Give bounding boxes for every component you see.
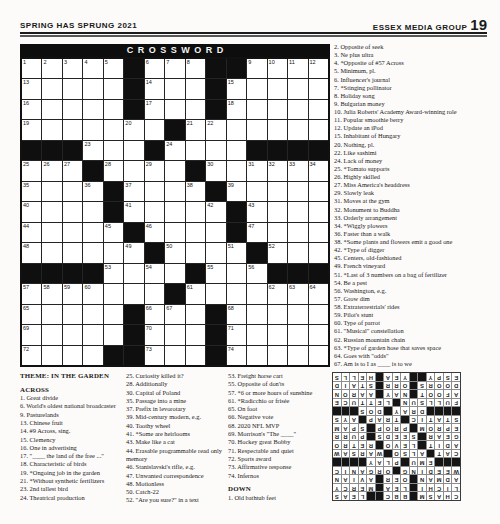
cell-number: 71 [228, 325, 234, 332]
black-cell [309, 264, 328, 283]
solution-letter-cell: I [444, 484, 452, 492]
grid-cell[interactable] [83, 223, 102, 242]
grid-cell[interactable] [42, 325, 61, 344]
grid-cell[interactable]: 7 [165, 59, 184, 78]
solution-black-cell [333, 407, 341, 415]
clue-item: 23. 2nd tallest bird [20, 485, 125, 493]
solution-letter-cell: I [418, 467, 426, 475]
cell-number: 5 [105, 59, 108, 66]
solution-black-cell [444, 458, 452, 466]
grid-cell[interactable] [268, 202, 287, 221]
grid-cell[interactable]: 46 [145, 223, 164, 242]
across-col3-list: 53. Freight horse cart55. Opposite of do… [228, 372, 330, 480]
grid-cell[interactable] [104, 79, 123, 98]
grid-cell[interactable] [288, 79, 307, 98]
grid-cell[interactable] [63, 120, 82, 139]
grid-cell[interactable]: 41 [124, 202, 143, 221]
grid-cell[interactable]: 51 [227, 243, 246, 262]
solution-letter-cell: E [435, 467, 443, 475]
grid-cell[interactable]: 68 [227, 305, 246, 324]
solution-letter-cell: O [427, 390, 435, 398]
grid-cell[interactable]: 14 [145, 79, 164, 98]
grid-cell[interactable] [227, 284, 246, 303]
solution-grid: CHASMBBCLEASLICHILEAMERCYADMANOERAVIANWE… [332, 372, 461, 501]
solution-letter-cell: O [333, 441, 341, 449]
grid-cell[interactable] [268, 100, 287, 119]
grid-cell[interactable]: 66 [145, 305, 164, 324]
grid-cell[interactable] [268, 325, 287, 344]
grid-cell[interactable]: 32 [268, 161, 287, 180]
grid-cell[interactable]: 53 [104, 264, 123, 283]
grid-cell[interactable]: 27 [63, 161, 82, 180]
cell-number: 8 [187, 59, 190, 66]
black-cell [247, 243, 266, 262]
grid-cell[interactable]: 36 [83, 182, 102, 201]
across-col1-list: 1. Great divide6. World's oldest nationa… [20, 394, 125, 502]
grid-cell[interactable]: 12 [309, 59, 328, 78]
clue-item: 37. Prefix in levorotary [126, 405, 225, 413]
clue-column-1: THEME: IN THE GARDEN ACROSS 1. Great div… [20, 372, 125, 502]
grid-cell[interactable] [288, 346, 307, 365]
grid-cell[interactable] [104, 100, 123, 119]
theme-heading: THEME: IN THE GARDEN [20, 372, 125, 380]
grid-cell[interactable]: 40 [22, 202, 41, 221]
cell-number: 72 [23, 346, 29, 353]
grid-cell[interactable] [145, 284, 164, 303]
grid-cell[interactable] [186, 305, 205, 324]
solution-letter-cell: R [393, 382, 401, 390]
grid-cell[interactable] [104, 305, 123, 324]
grid-cell[interactable] [124, 284, 143, 303]
solution-letter-cell: S [452, 416, 460, 424]
grid-cell[interactable] [104, 243, 123, 262]
cell-number: 24 [166, 141, 172, 148]
grid-cell[interactable]: 21 [186, 120, 205, 139]
black-cell [206, 182, 225, 201]
grid-cell[interactable] [247, 120, 266, 139]
grid-cell[interactable]: 30 [206, 161, 225, 180]
grid-cell[interactable]: 34 [309, 161, 328, 180]
black-cell [42, 264, 61, 283]
masthead-right: ESSEX MEDIA GROUP 19 [373, 16, 487, 33]
grid-cell[interactable]: 61 [186, 284, 205, 303]
black-cell [247, 141, 266, 160]
grid-cell[interactable] [268, 120, 287, 139]
grid-cell[interactable]: 57 [22, 284, 41, 303]
grid-cell[interactable] [63, 202, 82, 221]
grid-cell[interactable] [42, 346, 61, 365]
grid-cell[interactable]: 35 [22, 182, 41, 201]
grid-cell[interactable] [206, 243, 225, 262]
grid-cell[interactable]: 15 [227, 79, 246, 98]
cell-number: 2 [43, 59, 46, 66]
grid-cell[interactable]: 64 [309, 284, 328, 303]
grid-cell[interactable]: 44 [22, 223, 41, 242]
solution-black-cell [418, 441, 426, 449]
grid-cell[interactable] [206, 141, 225, 160]
grid-cell[interactable] [83, 79, 102, 98]
grid-cell[interactable] [186, 100, 205, 119]
grid-cell[interactable]: 4 [83, 59, 102, 78]
solution-black-cell [410, 373, 418, 381]
grid-cell[interactable] [186, 202, 205, 221]
newspaper-crossword-page: SPRING HAS SPRUNG 2021 ESSEX MEDIA GROUP… [0, 0, 500, 524]
grid-cell[interactable] [309, 79, 328, 98]
grid-cell[interactable]: 3 [63, 59, 82, 78]
grid-cell[interactable]: 10 [268, 59, 287, 78]
grid-cell[interactable] [206, 284, 225, 303]
grid-cell[interactable] [145, 182, 164, 201]
solution-letter-cell: A [342, 492, 350, 500]
solution-letter-cell: N [401, 399, 409, 407]
clue-item: 19. *Ongoing job in the garden [20, 469, 125, 477]
cell-number: 21 [187, 120, 193, 127]
solution-letter-cell: E [427, 458, 435, 466]
black-cell [268, 141, 287, 160]
grid-cell[interactable]: 59 [63, 284, 82, 303]
solution-letter-cell: W [333, 450, 341, 458]
grid-cell[interactable] [186, 243, 205, 262]
grid-cell[interactable]: 1 [22, 59, 41, 78]
grid-cell[interactable]: 72 [22, 346, 41, 365]
grid-cell[interactable]: 20 [124, 120, 143, 139]
grid-cell[interactable] [288, 305, 307, 324]
grid-cell[interactable] [165, 346, 184, 365]
black-cell [145, 243, 164, 262]
grid-cell[interactable] [42, 100, 61, 119]
grid-cell[interactable] [309, 202, 328, 221]
solution-letter-cell: S [359, 407, 367, 415]
grid-cell[interactable] [247, 325, 266, 344]
grid-cell[interactable] [186, 141, 205, 160]
grid-cell[interactable]: 73 [145, 346, 164, 365]
solution-letter-cell: S [350, 450, 358, 458]
grid-cell[interactable] [83, 346, 102, 365]
grid-cell[interactable] [42, 79, 61, 98]
grid-cell[interactable]: 19 [22, 120, 41, 139]
cell-number: 57 [23, 284, 29, 291]
grid-cell[interactable] [42, 223, 61, 242]
solution-letter-cell: V [359, 475, 367, 483]
grid-cell[interactable]: 54 [145, 264, 164, 283]
grid-cell[interactable] [206, 223, 225, 242]
solution-black-cell [376, 373, 384, 381]
grid-cell[interactable] [288, 100, 307, 119]
grid-cell[interactable] [165, 79, 184, 98]
grid-cell[interactable] [42, 305, 61, 324]
grid-cell[interactable] [268, 346, 287, 365]
grid-cell[interactable] [145, 120, 164, 139]
grid-cell[interactable]: 9 [247, 59, 266, 78]
solution-letter-cell: I [342, 382, 350, 390]
solution-letter-cell: S [359, 424, 367, 432]
grid-cell[interactable]: 65 [22, 305, 41, 324]
grid-cell[interactable] [247, 100, 266, 119]
grid-cell[interactable] [288, 243, 307, 262]
grid-cell[interactable] [186, 346, 205, 365]
grid-cell[interactable] [104, 284, 123, 303]
grid-cell[interactable]: 17 [145, 100, 164, 119]
grid-cell[interactable] [288, 120, 307, 139]
clue-item: 15. Inhabitant of Hungary [334, 132, 500, 140]
grid-cell[interactable] [268, 182, 287, 201]
grid-cell[interactable] [227, 120, 246, 139]
solution-letter-cell: D [444, 441, 452, 449]
clue-item: 43. Make like a cat [126, 438, 225, 446]
grid-cell[interactable] [145, 202, 164, 221]
grid-cell[interactable]: 43 [247, 202, 266, 221]
black-cell [206, 346, 225, 365]
clue-item: 52. "Are you sure?" in a text [126, 496, 225, 504]
clue-item: 30. Capital of Poland [126, 389, 225, 397]
grid-cell[interactable] [268, 305, 287, 324]
grid-cell[interactable] [104, 120, 123, 139]
cell-number: 10 [269, 59, 275, 66]
clue-item: 10. Julia Roberts' Academy Award-winning… [334, 108, 500, 116]
grid-cell[interactable] [63, 100, 82, 119]
grid-cell[interactable] [309, 346, 328, 365]
grid-cell[interactable] [165, 223, 184, 242]
grid-cell[interactable] [309, 305, 328, 324]
grid-cell[interactable]: 25 [22, 161, 41, 180]
clue-item: 20. Nothing, pl. [334, 141, 500, 149]
grid-cell[interactable] [42, 182, 61, 201]
cell-number: 44 [23, 223, 29, 230]
grid-cell[interactable] [104, 325, 123, 344]
grid-cell[interactable] [247, 284, 266, 303]
solution-letter-cell: D [376, 407, 384, 415]
solution-letter-cell: P [435, 373, 443, 381]
grid-cell[interactable] [83, 120, 102, 139]
solution-letter-cell: T [427, 441, 435, 449]
grid-cell[interactable]: 39 [227, 182, 246, 201]
grid-cell[interactable]: 60 [83, 284, 102, 303]
solution-letter-cell: A [418, 450, 426, 458]
grid-cell[interactable]: 8 [186, 59, 205, 78]
grid-cell[interactable] [186, 325, 205, 344]
grid-cell[interactable]: 55 [206, 264, 225, 283]
clue-item: 61. "Musical" constellation [334, 327, 500, 335]
grid-cell[interactable]: 48 [22, 243, 41, 262]
grid-cell[interactable]: 28 [104, 161, 123, 180]
grid-cell[interactable] [165, 264, 184, 283]
cell-number: 64 [310, 284, 316, 291]
grid-cell[interactable]: 45 [104, 223, 123, 242]
grid-cell[interactable] [309, 120, 328, 139]
solution-letter-cell: H [427, 484, 435, 492]
grid-cell[interactable] [63, 79, 82, 98]
grid-cell[interactable] [247, 305, 266, 324]
clue-item: 12. Update an iPod [334, 124, 500, 132]
grid-cell[interactable] [63, 305, 82, 324]
grid-cell[interactable] [42, 202, 61, 221]
grid-cell[interactable]: 63 [288, 284, 307, 303]
cell-number: 73 [146, 346, 152, 353]
grid-cell[interactable] [309, 100, 328, 119]
grid-cell[interactable] [165, 325, 184, 344]
cell-number: 45 [105, 223, 111, 230]
grid-cell[interactable] [247, 79, 266, 98]
clue-item: 2. Opposite of seek [334, 43, 500, 51]
cell-number: 26 [43, 161, 49, 168]
grid-cell[interactable] [186, 223, 205, 242]
clue-item: 26. Highly skilled [334, 173, 500, 181]
grid-cell[interactable] [268, 79, 287, 98]
grid-cell[interactable] [42, 120, 61, 139]
grid-cell[interactable]: 26 [42, 161, 61, 180]
grid-cell[interactable]: 38 [186, 182, 205, 201]
solution-letter-cell: N [410, 467, 418, 475]
grid-cell[interactable] [309, 223, 328, 242]
grid-cell[interactable]: 49 [124, 243, 143, 262]
solution-letter-cell: O [435, 382, 443, 390]
grid-cell[interactable] [227, 161, 246, 180]
solution-letter-cell: S [427, 492, 435, 500]
solution-letter-cell: M [418, 492, 426, 500]
grid-cell[interactable]: 70 [145, 325, 164, 344]
grid-cell[interactable] [247, 182, 266, 201]
cell-number: 1 [23, 59, 26, 66]
grid-cell[interactable]: 67 [165, 305, 184, 324]
solution-black-cell [393, 399, 401, 407]
grid-cell[interactable] [124, 264, 143, 283]
grid-cell[interactable]: 13 [22, 79, 41, 98]
grid-cell[interactable] [268, 223, 287, 242]
clue-item: 60. Type of parrot [334, 319, 500, 327]
grid-cell[interactable] [104, 141, 123, 160]
solution-letter-cell: R [342, 433, 350, 441]
solution-black-cell [401, 416, 409, 424]
solution-letter-cell: R [350, 390, 358, 398]
grid-cell[interactable]: 5 [104, 59, 123, 78]
clue-item: 31. Moves at the gym [334, 197, 500, 205]
grid-cell[interactable] [83, 325, 102, 344]
grid-cell[interactable]: 31 [247, 161, 266, 180]
solution-letter-cell: C [452, 450, 460, 458]
grid-cell[interactable] [63, 182, 82, 201]
solution-letter-cell: O [435, 390, 443, 398]
black-cell [309, 141, 328, 160]
grid-cell[interactable] [63, 223, 82, 242]
crossword-grid: 1234567891011121314151617181920212223242… [20, 57, 330, 367]
cell-number: 50 [166, 243, 172, 250]
grid-cell[interactable] [186, 79, 205, 98]
solution-letter-cell: E [359, 441, 367, 449]
solution-letter-cell: E [350, 492, 358, 500]
cell-number: 7 [166, 59, 169, 66]
grid-cell[interactable]: 37 [124, 182, 143, 201]
solution-letter-cell: A [376, 458, 384, 466]
cell-number: 31 [248, 161, 254, 168]
solution-letter-cell: C [452, 492, 460, 500]
grid-cell[interactable] [165, 161, 184, 180]
page-number: 19 [470, 16, 487, 33]
grid-cell[interactable] [247, 346, 266, 365]
grid-cell[interactable] [288, 223, 307, 242]
grid-cell[interactable] [288, 325, 307, 344]
solution-letter-cell: G [367, 467, 375, 475]
grid-cell[interactable] [63, 243, 82, 262]
solution-black-cell [410, 484, 418, 492]
grid-cell[interactable] [309, 182, 328, 201]
grid-cell[interactable] [309, 243, 328, 262]
black-cell [227, 202, 246, 221]
grid-cell[interactable] [83, 305, 102, 324]
grid-cell[interactable]: 50 [165, 243, 184, 262]
grid-cell[interactable]: 22 [206, 120, 225, 139]
clue-item: 11. Popular smoothie berry [334, 116, 500, 124]
grid-cell[interactable] [63, 325, 82, 344]
solution-letter-cell: T [435, 450, 443, 458]
grid-cell[interactable]: 11 [288, 59, 307, 78]
solution-letter-cell: A [452, 475, 460, 483]
grid-cell[interactable]: 29 [145, 161, 164, 180]
grid-cell[interactable]: 18 [227, 100, 246, 119]
grid-cell[interactable]: 62 [268, 284, 287, 303]
solution-letter-cell: T [359, 399, 367, 407]
grid-cell[interactable] [124, 141, 143, 160]
black-cell [165, 284, 184, 303]
grid-cell[interactable] [83, 243, 102, 262]
grid-cell[interactable]: 47 [247, 223, 266, 242]
grid-cell[interactable]: 42 [206, 202, 225, 221]
solution-letter-cell: O [401, 475, 409, 483]
black-cell [124, 223, 143, 242]
grid-cell[interactable] [83, 202, 102, 221]
solution-letter-cell: L [359, 492, 367, 500]
grid-cell[interactable] [165, 202, 184, 221]
grid-cell[interactable] [288, 202, 307, 221]
grid-cell[interactable]: 71 [227, 325, 246, 344]
solution-letter-cell: C [342, 484, 350, 492]
black-cell [227, 223, 246, 242]
grid-cell[interactable] [309, 325, 328, 344]
grid-cell[interactable]: 58 [42, 284, 61, 303]
grid-cell[interactable] [227, 141, 246, 160]
grid-cell[interactable] [124, 161, 143, 180]
grid-cell[interactable] [42, 243, 61, 262]
black-cell [124, 325, 143, 344]
solution-letter-cell: A [359, 390, 367, 398]
grid-cell[interactable] [83, 100, 102, 119]
grid-cell[interactable]: 16 [22, 100, 41, 119]
solution-letter-cell: S [444, 373, 452, 381]
cell-number: 59 [64, 284, 70, 291]
clue-item: 22. Like sashimi [334, 149, 500, 157]
grid-cell[interactable] [288, 182, 307, 201]
clue-item: 15. Clemency [20, 436, 125, 444]
down-heading: DOWN [228, 485, 330, 493]
grid-cell[interactable]: 24 [165, 141, 184, 160]
grid-cell[interactable]: 2 [42, 59, 61, 78]
clue-item: 62. Russian mountain chain [334, 336, 500, 344]
grid-cell[interactable]: 69 [22, 325, 41, 344]
grid-cell[interactable]: 52 [268, 243, 287, 262]
grid-cell[interactable]: 23 [83, 141, 102, 160]
grid-cell[interactable] [165, 182, 184, 201]
grid-cell[interactable]: 33 [288, 161, 307, 180]
solution-letter-cell: C [333, 467, 341, 475]
grid-cell[interactable] [227, 264, 246, 283]
grid-cell[interactable] [63, 346, 82, 365]
grid-cell[interactable] [165, 100, 184, 119]
grid-cell[interactable]: 56 [247, 264, 266, 283]
grid-cell[interactable]: 74 [227, 346, 246, 365]
solution-black-cell [350, 458, 358, 466]
grid-cell[interactable]: 6 [145, 59, 164, 78]
solution-letter-cell: E [444, 467, 452, 475]
clue-item: 72. Sports award [228, 455, 330, 463]
